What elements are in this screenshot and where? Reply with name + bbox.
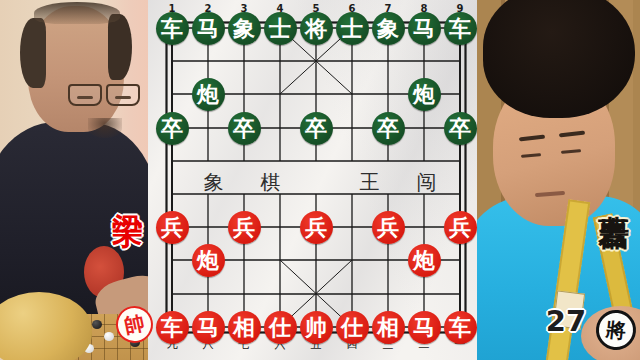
piece-马-red[interactable]: 马 [192,311,225,344]
move-count: 27 [541,304,591,338]
left-player-hair [108,14,132,80]
xiangqi-board: 象 棋 王 闯 123456789 九八七六五四三二一 车马象士将士象马车炮炮卒… [148,0,477,360]
piece-将-black[interactable]: 将 [300,12,333,45]
river-text-right: 王 闯 [348,169,464,196]
piece-炮-red[interactable]: 炮 [192,244,225,277]
piece-车-red[interactable]: 车 [444,311,477,344]
piece-兵-red[interactable]: 兵 [156,211,189,244]
piece-兵-red[interactable]: 兵 [300,211,333,244]
piece-帅-red[interactable]: 帅 [300,311,333,344]
piece-炮-red[interactable]: 炮 [408,244,441,277]
go-stone [104,332,114,341]
piece-卒-black[interactable]: 卒 [156,112,189,145]
left-player-beard [88,118,122,138]
left-player-name: 梁宁 [112,188,143,192]
piece-车-red[interactable]: 车 [156,311,189,344]
piece-马-black[interactable]: 马 [408,12,441,45]
piece-马-red[interactable]: 马 [408,311,441,344]
piece-车-black[interactable]: 车 [156,12,189,45]
player-photo-left [0,0,148,360]
piece-炮-black[interactable]: 炮 [192,78,225,111]
left-player-hair [20,18,46,88]
piece-车-black[interactable]: 车 [444,12,477,45]
piece-士-black[interactable]: 士 [336,12,369,45]
left-player-hair [34,2,120,24]
piece-炮-black[interactable]: 炮 [408,78,441,111]
piece-卒-black[interactable]: 卒 [372,112,405,145]
piece-卒-black[interactable]: 卒 [228,112,261,145]
piece-仕-red[interactable]: 仕 [336,311,369,344]
glasses-icon [68,84,140,104]
video-frame: 象 棋 王 闯 123456789 九八七六五四三二一 车马象士将士象马车炮炮卒… [0,0,640,360]
go-stone [92,320,102,329]
piece-兵-red[interactable]: 兵 [228,211,261,244]
piece-仕-red[interactable]: 仕 [264,311,297,344]
piece-卒-black[interactable]: 卒 [444,112,477,145]
right-player-hair [483,0,635,118]
piece-象-black[interactable]: 象 [228,12,261,45]
river-text-left: 象 棋 [192,169,308,196]
piece-相-red[interactable]: 相 [228,311,261,344]
piece-相-red[interactable]: 相 [372,311,405,344]
piece-兵-red[interactable]: 兵 [444,211,477,244]
right-player-name: 曹岩磊 [598,190,629,196]
piece-卒-black[interactable]: 卒 [300,112,333,145]
piece-士-black[interactable]: 士 [264,12,297,45]
piece-兵-red[interactable]: 兵 [372,211,405,244]
piece-马-black[interactable]: 马 [192,12,225,45]
piece-象-black[interactable]: 象 [372,12,405,45]
